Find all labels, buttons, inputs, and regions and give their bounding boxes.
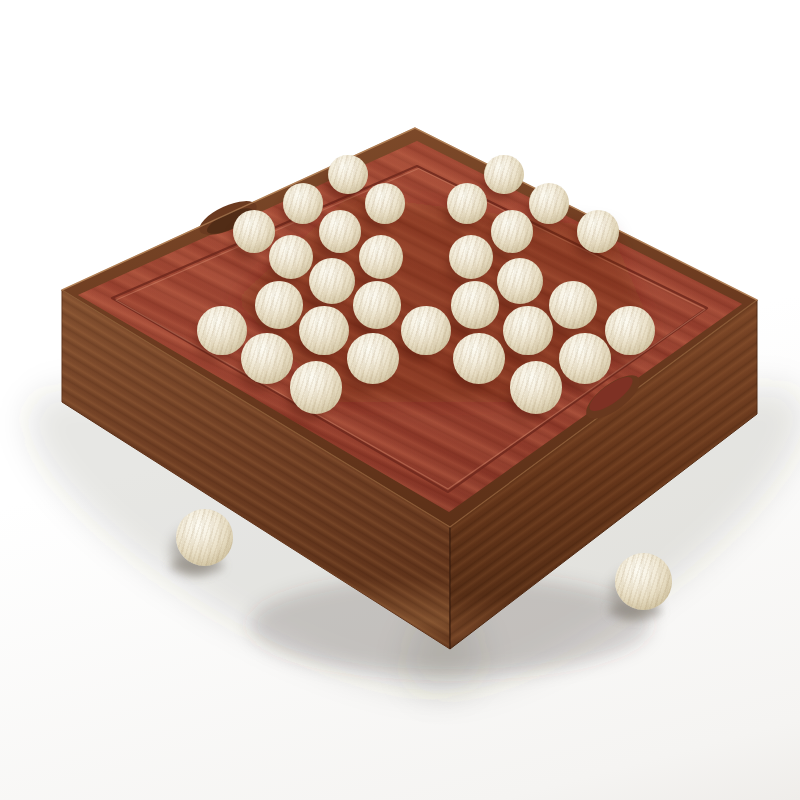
marble-c1[interactable] [328,155,367,194]
marble-d5[interactable] [451,281,499,329]
marble-f3[interactable] [255,281,303,329]
marble-f4[interactable] [299,306,348,355]
marble-d1[interactable] [283,183,324,224]
marble-e7[interactable] [510,361,563,414]
marble-c6[interactable] [549,281,597,329]
marble-a5[interactable] [577,210,620,253]
balls-layer [0,0,800,800]
solitaire-product-scene [0,0,800,800]
marble-d7[interactable] [559,333,610,384]
marble-c2[interactable] [365,183,406,224]
marble-d2[interactable] [319,210,362,253]
marble-g4[interactable] [241,333,292,384]
marble-e5[interactable] [401,306,450,355]
marble-e3[interactable] [309,258,355,304]
marble-a3[interactable] [484,155,523,194]
marble-c5[interactable] [497,258,543,304]
captured-marble-2[interactable] [615,553,672,610]
marble-b3[interactable] [447,183,488,224]
marble-c7[interactable] [605,306,654,355]
marble-e1[interactable] [233,210,276,253]
marble-c4[interactable] [449,235,493,279]
marble-d3[interactable] [359,235,403,279]
marble-g3[interactable] [197,306,246,355]
marble-f5[interactable] [347,333,398,384]
captured-marble-1[interactable] [176,509,233,566]
marble-e4[interactable] [353,281,401,329]
marble-b4[interactable] [491,210,534,253]
marble-g5[interactable] [290,361,343,414]
marble-a4[interactable] [529,183,570,224]
marble-e6[interactable] [453,333,504,384]
marble-d6[interactable] [503,306,552,355]
marble-e2[interactable] [269,235,313,279]
